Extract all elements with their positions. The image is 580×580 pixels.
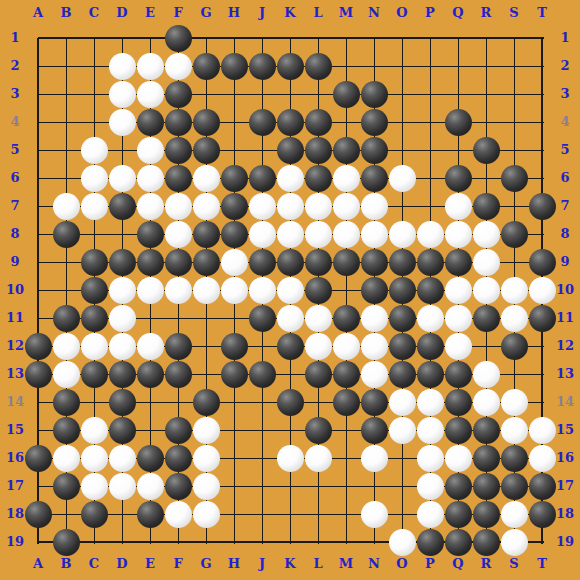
column-label-top: Q bbox=[448, 5, 468, 21]
column-label-bottom: M bbox=[336, 556, 356, 572]
black-stone bbox=[81, 361, 108, 388]
grid-hline bbox=[38, 37, 544, 39]
column-label-bottom: E bbox=[140, 556, 160, 572]
white-stone bbox=[473, 221, 500, 248]
black-stone bbox=[25, 333, 52, 360]
black-stone bbox=[277, 53, 304, 80]
black-stone bbox=[305, 165, 332, 192]
row-label-left: 15 bbox=[3, 422, 27, 438]
black-stone bbox=[165, 137, 192, 164]
column-label-bottom: H bbox=[224, 556, 244, 572]
row-label-right: 15 bbox=[553, 422, 577, 438]
column-label-top: J bbox=[252, 5, 272, 21]
row-label-right: 3 bbox=[553, 86, 577, 102]
black-stone bbox=[193, 109, 220, 136]
black-stone bbox=[333, 361, 360, 388]
white-stone bbox=[249, 193, 276, 220]
black-stone bbox=[389, 361, 416, 388]
black-stone bbox=[249, 165, 276, 192]
black-stone bbox=[53, 473, 80, 500]
black-stone bbox=[25, 445, 52, 472]
white-stone bbox=[221, 249, 248, 276]
row-label-left: 17 bbox=[3, 478, 27, 494]
row-label-left: 3 bbox=[3, 86, 27, 102]
white-stone bbox=[81, 445, 108, 472]
black-stone bbox=[221, 165, 248, 192]
white-stone bbox=[193, 445, 220, 472]
black-stone bbox=[473, 417, 500, 444]
white-stone bbox=[109, 165, 136, 192]
white-stone bbox=[165, 501, 192, 528]
white-stone bbox=[249, 221, 276, 248]
black-stone bbox=[165, 81, 192, 108]
column-label-bottom: K bbox=[280, 556, 300, 572]
white-stone bbox=[473, 389, 500, 416]
black-stone bbox=[389, 305, 416, 332]
black-stone bbox=[165, 109, 192, 136]
row-label-right: 2 bbox=[553, 58, 577, 74]
column-label-top: S bbox=[504, 5, 524, 21]
column-label-top: B bbox=[56, 5, 76, 21]
column-label-bottom: T bbox=[532, 556, 552, 572]
row-label-left: 16 bbox=[3, 450, 27, 466]
black-stone bbox=[529, 305, 556, 332]
black-stone bbox=[445, 389, 472, 416]
white-stone bbox=[277, 221, 304, 248]
white-stone bbox=[305, 221, 332, 248]
white-stone bbox=[501, 305, 528, 332]
black-stone bbox=[221, 221, 248, 248]
black-stone bbox=[53, 221, 80, 248]
white-stone bbox=[445, 445, 472, 472]
column-label-bottom: P bbox=[420, 556, 440, 572]
white-stone bbox=[389, 165, 416, 192]
column-label-top: D bbox=[112, 5, 132, 21]
white-stone bbox=[333, 221, 360, 248]
white-stone bbox=[137, 193, 164, 220]
white-stone bbox=[109, 305, 136, 332]
white-stone bbox=[193, 277, 220, 304]
black-stone bbox=[445, 473, 472, 500]
black-stone bbox=[221, 361, 248, 388]
black-stone bbox=[109, 193, 136, 220]
row-label-left: 13 bbox=[3, 366, 27, 382]
row-label-left: 12 bbox=[3, 338, 27, 354]
white-stone bbox=[249, 277, 276, 304]
black-stone bbox=[277, 137, 304, 164]
white-stone bbox=[389, 221, 416, 248]
row-label-right: 19 bbox=[553, 534, 577, 550]
white-stone bbox=[361, 445, 388, 472]
black-stone bbox=[109, 417, 136, 444]
black-stone bbox=[305, 109, 332, 136]
black-stone bbox=[529, 193, 556, 220]
black-stone bbox=[361, 81, 388, 108]
white-stone bbox=[81, 165, 108, 192]
white-stone bbox=[53, 333, 80, 360]
white-stone bbox=[109, 473, 136, 500]
black-stone bbox=[445, 109, 472, 136]
black-stone bbox=[81, 277, 108, 304]
white-stone bbox=[333, 333, 360, 360]
black-stone bbox=[193, 389, 220, 416]
white-stone bbox=[361, 221, 388, 248]
column-label-bottom: C bbox=[84, 556, 104, 572]
white-stone bbox=[109, 333, 136, 360]
black-stone bbox=[221, 333, 248, 360]
white-stone bbox=[53, 193, 80, 220]
black-stone bbox=[221, 53, 248, 80]
white-stone bbox=[333, 165, 360, 192]
column-label-top: A bbox=[28, 5, 48, 21]
white-stone bbox=[277, 193, 304, 220]
row-label-right: 6 bbox=[553, 170, 577, 186]
black-stone bbox=[25, 361, 52, 388]
white-stone bbox=[193, 501, 220, 528]
column-label-top: F bbox=[168, 5, 188, 21]
black-stone bbox=[473, 193, 500, 220]
white-stone bbox=[473, 277, 500, 304]
white-stone bbox=[193, 473, 220, 500]
white-stone bbox=[81, 473, 108, 500]
black-stone bbox=[445, 529, 472, 556]
column-label-top: L bbox=[308, 5, 328, 21]
black-stone bbox=[361, 109, 388, 136]
black-stone bbox=[473, 305, 500, 332]
black-stone bbox=[165, 25, 192, 52]
black-stone bbox=[529, 249, 556, 276]
row-label-right: 12 bbox=[553, 338, 577, 354]
black-stone bbox=[361, 249, 388, 276]
black-stone bbox=[165, 473, 192, 500]
column-label-bottom: N bbox=[364, 556, 384, 572]
white-stone bbox=[305, 445, 332, 472]
black-stone bbox=[277, 333, 304, 360]
white-stone bbox=[529, 277, 556, 304]
black-stone bbox=[221, 193, 248, 220]
black-stone bbox=[305, 277, 332, 304]
black-stone bbox=[165, 361, 192, 388]
white-stone bbox=[137, 473, 164, 500]
black-stone bbox=[25, 501, 52, 528]
white-stone bbox=[165, 193, 192, 220]
row-label-right: 11 bbox=[553, 310, 577, 326]
white-stone bbox=[445, 193, 472, 220]
black-stone bbox=[501, 221, 528, 248]
row-label-left: 19 bbox=[3, 534, 27, 550]
column-label-top: T bbox=[532, 5, 552, 21]
black-stone bbox=[361, 165, 388, 192]
white-stone bbox=[417, 305, 444, 332]
black-stone bbox=[137, 445, 164, 472]
white-stone bbox=[445, 277, 472, 304]
white-stone bbox=[445, 221, 472, 248]
white-stone bbox=[109, 109, 136, 136]
black-stone bbox=[389, 333, 416, 360]
black-stone bbox=[53, 305, 80, 332]
white-stone bbox=[361, 361, 388, 388]
row-label-right: 8 bbox=[553, 226, 577, 242]
column-label-bottom: D bbox=[112, 556, 132, 572]
black-stone bbox=[165, 417, 192, 444]
white-stone bbox=[417, 473, 444, 500]
column-label-top: M bbox=[336, 5, 356, 21]
black-stone bbox=[109, 249, 136, 276]
white-stone bbox=[389, 417, 416, 444]
column-label-bottom: R bbox=[476, 556, 496, 572]
black-stone bbox=[165, 333, 192, 360]
row-label-right: 10 bbox=[553, 282, 577, 298]
white-stone bbox=[529, 445, 556, 472]
row-label-left: 1 bbox=[3, 30, 27, 46]
white-stone bbox=[277, 277, 304, 304]
white-stone bbox=[445, 333, 472, 360]
white-stone bbox=[109, 53, 136, 80]
black-stone bbox=[249, 305, 276, 332]
white-stone bbox=[361, 193, 388, 220]
black-stone bbox=[165, 445, 192, 472]
white-stone bbox=[417, 417, 444, 444]
black-stone bbox=[417, 249, 444, 276]
black-stone bbox=[501, 445, 528, 472]
go-board[interactable]: AABBCCDDEEFFGGHHJJKKLLMMNNOOPPQQRRSSTT11… bbox=[0, 0, 580, 580]
row-label-right: 14 bbox=[553, 394, 577, 410]
column-label-bottom: A bbox=[28, 556, 48, 572]
white-stone bbox=[137, 53, 164, 80]
white-stone bbox=[165, 277, 192, 304]
black-stone bbox=[445, 361, 472, 388]
black-stone bbox=[249, 53, 276, 80]
column-label-top: R bbox=[476, 5, 496, 21]
black-stone bbox=[137, 109, 164, 136]
white-stone bbox=[81, 137, 108, 164]
white-stone bbox=[501, 389, 528, 416]
black-stone bbox=[81, 305, 108, 332]
black-stone bbox=[305, 53, 332, 80]
column-label-top: C bbox=[84, 5, 104, 21]
white-stone bbox=[277, 445, 304, 472]
row-label-left: 9 bbox=[3, 254, 27, 270]
white-stone bbox=[361, 305, 388, 332]
row-label-right: 9 bbox=[553, 254, 577, 270]
black-stone bbox=[333, 389, 360, 416]
white-stone bbox=[473, 249, 500, 276]
white-stone bbox=[473, 361, 500, 388]
white-stone bbox=[193, 193, 220, 220]
white-stone bbox=[81, 193, 108, 220]
black-stone bbox=[417, 529, 444, 556]
white-stone bbox=[137, 81, 164, 108]
black-stone bbox=[165, 249, 192, 276]
white-stone bbox=[109, 277, 136, 304]
white-stone bbox=[417, 501, 444, 528]
black-stone bbox=[361, 277, 388, 304]
row-label-left: 6 bbox=[3, 170, 27, 186]
black-stone bbox=[137, 249, 164, 276]
white-stone bbox=[137, 137, 164, 164]
column-label-bottom: O bbox=[392, 556, 412, 572]
white-stone bbox=[193, 165, 220, 192]
white-stone bbox=[109, 445, 136, 472]
black-stone bbox=[417, 277, 444, 304]
black-stone bbox=[277, 249, 304, 276]
column-label-bottom: Q bbox=[448, 556, 468, 572]
black-stone bbox=[53, 417, 80, 444]
white-stone bbox=[277, 165, 304, 192]
black-stone bbox=[473, 529, 500, 556]
column-label-top: K bbox=[280, 5, 300, 21]
white-stone bbox=[417, 221, 444, 248]
row-label-right: 16 bbox=[553, 450, 577, 466]
white-stone bbox=[389, 389, 416, 416]
row-label-left: 14 bbox=[3, 394, 27, 410]
black-stone bbox=[277, 109, 304, 136]
white-stone bbox=[109, 81, 136, 108]
grid-vline bbox=[346, 38, 347, 544]
black-stone bbox=[361, 389, 388, 416]
white-stone bbox=[81, 333, 108, 360]
white-stone bbox=[501, 501, 528, 528]
row-label-right: 13 bbox=[553, 366, 577, 382]
white-stone bbox=[53, 445, 80, 472]
white-stone bbox=[333, 193, 360, 220]
white-stone bbox=[53, 361, 80, 388]
row-label-left: 4 bbox=[3, 114, 27, 130]
black-stone bbox=[193, 137, 220, 164]
white-stone bbox=[305, 333, 332, 360]
black-stone bbox=[333, 137, 360, 164]
black-stone bbox=[333, 305, 360, 332]
white-stone bbox=[137, 165, 164, 192]
black-stone bbox=[445, 417, 472, 444]
black-stone bbox=[473, 137, 500, 164]
row-label-right: 7 bbox=[553, 198, 577, 214]
white-stone bbox=[165, 221, 192, 248]
black-stone bbox=[249, 361, 276, 388]
row-label-left: 7 bbox=[3, 198, 27, 214]
black-stone bbox=[389, 277, 416, 304]
black-stone bbox=[333, 249, 360, 276]
row-label-left: 18 bbox=[3, 506, 27, 522]
black-stone bbox=[137, 501, 164, 528]
black-stone bbox=[529, 501, 556, 528]
white-stone bbox=[305, 193, 332, 220]
white-stone bbox=[501, 277, 528, 304]
white-stone bbox=[501, 417, 528, 444]
black-stone bbox=[109, 389, 136, 416]
black-stone bbox=[389, 249, 416, 276]
column-label-top: N bbox=[364, 5, 384, 21]
row-label-right: 5 bbox=[553, 142, 577, 158]
black-stone bbox=[361, 137, 388, 164]
white-stone bbox=[165, 53, 192, 80]
black-stone bbox=[473, 473, 500, 500]
white-stone bbox=[361, 501, 388, 528]
white-stone bbox=[193, 417, 220, 444]
black-stone bbox=[501, 165, 528, 192]
row-label-left: 10 bbox=[3, 282, 27, 298]
white-stone bbox=[529, 417, 556, 444]
column-label-top: E bbox=[140, 5, 160, 21]
black-stone bbox=[305, 361, 332, 388]
white-stone bbox=[361, 333, 388, 360]
row-label-left: 2 bbox=[3, 58, 27, 74]
column-label-bottom: F bbox=[168, 556, 188, 572]
black-stone bbox=[305, 249, 332, 276]
black-stone bbox=[137, 361, 164, 388]
column-label-top: O bbox=[392, 5, 412, 21]
white-stone bbox=[81, 417, 108, 444]
black-stone bbox=[53, 389, 80, 416]
white-stone bbox=[501, 529, 528, 556]
black-stone bbox=[277, 389, 304, 416]
black-stone bbox=[445, 165, 472, 192]
column-label-bottom: G bbox=[196, 556, 216, 572]
black-stone bbox=[417, 361, 444, 388]
column-label-top: H bbox=[224, 5, 244, 21]
black-stone bbox=[249, 109, 276, 136]
black-stone bbox=[333, 81, 360, 108]
column-label-bottom: S bbox=[504, 556, 524, 572]
black-stone bbox=[305, 137, 332, 164]
column-label-top: P bbox=[420, 5, 440, 21]
black-stone bbox=[249, 249, 276, 276]
white-stone bbox=[277, 305, 304, 332]
row-label-left: 8 bbox=[3, 226, 27, 242]
black-stone bbox=[193, 249, 220, 276]
black-stone bbox=[501, 333, 528, 360]
black-stone bbox=[81, 501, 108, 528]
black-stone bbox=[529, 473, 556, 500]
column-label-top: G bbox=[196, 5, 216, 21]
white-stone bbox=[137, 277, 164, 304]
black-stone bbox=[417, 333, 444, 360]
black-stone bbox=[361, 417, 388, 444]
black-stone bbox=[137, 221, 164, 248]
black-stone bbox=[81, 249, 108, 276]
row-label-left: 11 bbox=[3, 310, 27, 326]
white-stone bbox=[305, 305, 332, 332]
black-stone bbox=[305, 417, 332, 444]
black-stone bbox=[473, 501, 500, 528]
column-label-bottom: L bbox=[308, 556, 328, 572]
white-stone bbox=[417, 389, 444, 416]
black-stone bbox=[193, 221, 220, 248]
black-stone bbox=[473, 445, 500, 472]
black-stone bbox=[445, 501, 472, 528]
black-stone bbox=[193, 53, 220, 80]
row-label-right: 18 bbox=[553, 506, 577, 522]
white-stone bbox=[445, 305, 472, 332]
white-stone bbox=[417, 445, 444, 472]
black-stone bbox=[501, 473, 528, 500]
column-label-bottom: J bbox=[252, 556, 272, 572]
row-label-left: 5 bbox=[3, 142, 27, 158]
black-stone bbox=[109, 361, 136, 388]
column-label-bottom: B bbox=[56, 556, 76, 572]
white-stone bbox=[221, 277, 248, 304]
white-stone bbox=[389, 529, 416, 556]
row-label-right: 1 bbox=[553, 30, 577, 46]
black-stone bbox=[445, 249, 472, 276]
black-stone bbox=[165, 165, 192, 192]
white-stone bbox=[137, 333, 164, 360]
black-stone bbox=[53, 529, 80, 556]
row-label-right: 4 bbox=[553, 114, 577, 130]
row-label-right: 17 bbox=[553, 478, 577, 494]
